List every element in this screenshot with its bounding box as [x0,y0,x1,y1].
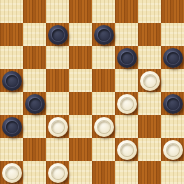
piece-inner-ring [6,75,18,87]
white-man-h2[interactable] [163,140,183,160]
black-man-c7[interactable] [48,25,68,45]
square-a6 [0,46,23,69]
piece-inner-ring [98,121,110,133]
square-g5[interactable] [138,69,161,92]
black-man-a3[interactable] [2,117,22,137]
white-man-c1[interactable] [48,163,68,183]
piece-inner-ring [6,121,18,133]
square-b2[interactable] [23,138,46,161]
black-man-f6[interactable] [117,48,137,68]
square-e7[interactable] [92,23,115,46]
square-g1[interactable] [138,161,161,184]
square-b4[interactable] [23,92,46,115]
black-man-b4[interactable] [25,94,45,114]
square-c7[interactable] [46,23,69,46]
square-c1[interactable] [46,161,69,184]
black-man-h6[interactable] [163,48,183,68]
square-e8 [92,0,115,23]
square-g8 [138,0,161,23]
square-e1[interactable] [92,161,115,184]
square-f7 [115,23,138,46]
square-c6 [46,46,69,69]
piece-inner-ring [52,29,64,41]
piece-inner-ring [52,167,64,179]
square-a8 [0,0,23,23]
square-h3 [161,115,184,138]
square-h8[interactable] [161,0,184,23]
square-h7 [161,23,184,46]
square-f8[interactable] [115,0,138,23]
square-a7[interactable] [0,23,23,46]
square-d7 [69,23,92,46]
square-d5 [69,69,92,92]
black-man-e7[interactable] [94,25,114,45]
square-d3 [69,115,92,138]
white-man-e3[interactable] [94,117,114,137]
square-f4[interactable] [115,92,138,115]
square-c2 [46,138,69,161]
square-a4 [0,92,23,115]
square-a1[interactable] [0,161,23,184]
square-f1 [115,161,138,184]
square-d4[interactable] [69,92,92,115]
square-f6[interactable] [115,46,138,69]
square-b6[interactable] [23,46,46,69]
square-c3[interactable] [46,115,69,138]
square-d2[interactable] [69,138,92,161]
white-man-f4[interactable] [117,94,137,114]
piece-inner-ring [98,29,110,41]
square-g6 [138,46,161,69]
square-f5 [115,69,138,92]
piece-inner-ring [121,98,133,110]
piece-inner-ring [121,52,133,64]
square-b1 [23,161,46,184]
checkers-board [0,0,184,184]
piece-inner-ring [6,167,18,179]
square-e5[interactable] [92,69,115,92]
square-f2[interactable] [115,138,138,161]
black-man-h4[interactable] [163,94,183,114]
square-g7[interactable] [138,23,161,46]
square-b5 [23,69,46,92]
square-f3 [115,115,138,138]
square-a2 [0,138,23,161]
piece-inner-ring [144,75,156,87]
square-b3 [23,115,46,138]
square-e2 [92,138,115,161]
piece-inner-ring [52,121,64,133]
square-b8[interactable] [23,0,46,23]
square-h5 [161,69,184,92]
piece-inner-ring [167,144,179,156]
square-d8[interactable] [69,0,92,23]
square-d1 [69,161,92,184]
piece-inner-ring [29,98,41,110]
black-man-a5[interactable] [2,71,22,91]
white-man-f2[interactable] [117,140,137,160]
square-d6[interactable] [69,46,92,69]
square-e3[interactable] [92,115,115,138]
square-h6[interactable] [161,46,184,69]
piece-inner-ring [167,52,179,64]
square-e4 [92,92,115,115]
square-g3[interactable] [138,115,161,138]
piece-inner-ring [167,98,179,110]
piece-inner-ring [121,144,133,156]
square-a3[interactable] [0,115,23,138]
square-g2 [138,138,161,161]
square-b7 [23,23,46,46]
square-c4 [46,92,69,115]
square-c8 [46,0,69,23]
square-a5[interactable] [0,69,23,92]
square-c5[interactable] [46,69,69,92]
square-h2[interactable] [161,138,184,161]
white-man-c3[interactable] [48,117,68,137]
square-g4 [138,92,161,115]
white-man-g5[interactable] [140,71,160,91]
square-h4[interactable] [161,92,184,115]
square-h1 [161,161,184,184]
white-man-a1[interactable] [2,163,22,183]
square-e6 [92,46,115,69]
